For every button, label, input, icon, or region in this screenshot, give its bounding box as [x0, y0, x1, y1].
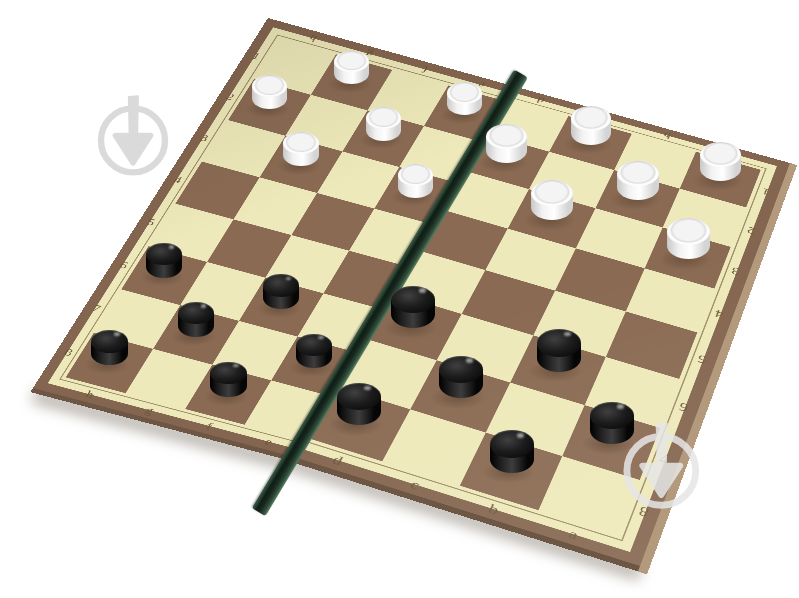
checker-black-g7[interactable] — [178, 302, 214, 337]
piece-top — [490, 430, 534, 457]
piece-top — [537, 329, 581, 356]
checker-black-h8[interactable] — [91, 330, 128, 365]
piece-top — [337, 383, 381, 410]
checker-white-g1[interactable] — [334, 51, 369, 85]
piece-top — [486, 124, 526, 149]
piece-top — [439, 356, 483, 383]
checker-black-f8[interactable] — [210, 362, 247, 397]
gloss-highlight — [201, 304, 207, 308]
gloss-highlight — [517, 433, 524, 437]
checker-white-f2[interactable] — [366, 107, 401, 141]
piece-top — [617, 161, 658, 187]
checker-black-c7[interactable] — [439, 356, 483, 398]
piece-top — [210, 362, 247, 385]
checker-black-e7[interactable] — [296, 334, 332, 369]
checker-black-h6[interactable] — [146, 243, 182, 278]
checker-white-c1[interactable] — [571, 106, 611, 144]
piece-top — [447, 82, 482, 104]
piece-top — [667, 218, 710, 245]
piece-top — [263, 274, 299, 296]
piece-top — [398, 164, 433, 186]
circle-down-pin-icon — [89, 94, 177, 187]
checker-white-g3[interactable] — [283, 132, 318, 166]
piece-top — [590, 402, 634, 429]
checker-black-d8[interactable] — [337, 383, 381, 425]
gloss-highlight — [169, 245, 175, 249]
checker-white-b2[interactable] — [617, 161, 658, 201]
product-photo-scene: hhggffee12345678ddccbbaa12345678 — [0, 0, 799, 598]
checker-white-d2[interactable] — [486, 124, 526, 163]
checker-white-e3[interactable] — [398, 164, 433, 198]
checker-white-h2[interactable] — [252, 75, 287, 109]
gloss-highlight — [466, 358, 473, 362]
piece-top — [531, 180, 573, 206]
checker-black-a7[interactable] — [590, 402, 634, 444]
piece-top — [296, 334, 332, 356]
gloss-highlight — [114, 332, 120, 336]
piece-top — [391, 286, 435, 313]
checker-black-b6[interactable] — [537, 329, 581, 371]
checker-black-f6[interactable] — [263, 274, 299, 309]
checker-black-b8[interactable] — [490, 430, 534, 472]
checker-white-a3[interactable] — [667, 218, 710, 259]
checker-white-c3[interactable] — [531, 180, 573, 220]
checker-white-a1[interactable] — [700, 142, 741, 181]
piece-top — [571, 106, 611, 131]
checker-white-e1[interactable] — [447, 82, 482, 115]
gloss-highlight — [617, 404, 624, 408]
piece-top — [366, 107, 401, 129]
gloss-highlight — [364, 386, 371, 390]
piece-top — [91, 330, 128, 353]
gloss-highlight — [419, 288, 426, 292]
checker-black-d6[interactable] — [391, 286, 435, 328]
